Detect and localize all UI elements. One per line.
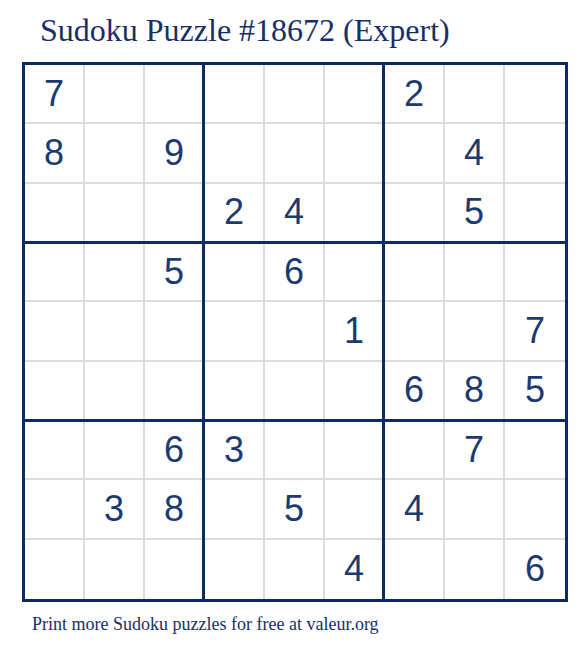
box-divider-vertical-2 [382,65,385,599]
given-digit: 8 [44,135,64,171]
cell-r1c6[interactable] [325,65,385,124]
cell-r6c1[interactable] [25,362,85,421]
cell-r8c6[interactable] [325,480,385,539]
cell-r3c9[interactable] [505,184,565,243]
given-digit: 2 [224,194,244,230]
cell-r9c8[interactable] [445,540,505,599]
given-digit: 7 [464,432,484,468]
cell-r2c5[interactable] [265,124,325,183]
cell-r9c7[interactable] [385,540,445,599]
cell-r7c2[interactable] [85,421,145,480]
cell-r5c5[interactable] [265,302,325,361]
cell-r9c2[interactable] [85,540,145,599]
given-digit: 9 [164,135,184,171]
cell-r4c9[interactable] [505,243,565,302]
given-digit: 5 [164,254,184,290]
cell-r5c4[interactable] [205,302,265,361]
cell-r8c8[interactable] [445,480,505,539]
given-digit: 4 [284,194,304,230]
cell-r8c3[interactable]: 8 [145,480,205,539]
cell-r2c9[interactable] [505,124,565,183]
given-digit: 6 [284,254,304,290]
cell-r6c4[interactable] [205,362,265,421]
cell-r3c7[interactable] [385,184,445,243]
given-digit: 5 [284,491,304,527]
box-divider-vertical-1 [202,65,205,599]
cell-r6c3[interactable] [145,362,205,421]
given-digit: 3 [224,432,244,468]
cell-r7c4[interactable]: 3 [205,421,265,480]
cell-r8c5[interactable]: 5 [265,480,325,539]
cell-r5c9[interactable]: 7 [505,302,565,361]
cell-r8c4[interactable] [205,480,265,539]
cell-r2c4[interactable] [205,124,265,183]
given-digit: 5 [464,194,484,230]
cell-r1c8[interactable] [445,65,505,124]
cell-r6c2[interactable] [85,362,145,421]
cell-r1c4[interactable] [205,65,265,124]
given-digit: 2 [404,76,424,112]
cell-r4c2[interactable] [85,243,145,302]
cell-r4c7[interactable] [385,243,445,302]
cell-r1c5[interactable] [265,65,325,124]
cell-r7c7[interactable] [385,421,445,480]
cell-r3c2[interactable] [85,184,145,243]
cell-r2c1[interactable]: 8 [25,124,85,183]
cell-r3c1[interactable] [25,184,85,243]
cell-r8c1[interactable] [25,480,85,539]
cell-r9c9[interactable]: 6 [505,540,565,599]
cell-r9c3[interactable] [145,540,205,599]
cell-r6c7[interactable]: 6 [385,362,445,421]
cell-r3c3[interactable] [145,184,205,243]
cell-r3c5[interactable]: 4 [265,184,325,243]
cell-r5c8[interactable] [445,302,505,361]
cell-r5c7[interactable] [385,302,445,361]
cell-r6c5[interactable] [265,362,325,421]
cell-r4c8[interactable] [445,243,505,302]
cell-r7c9[interactable] [505,421,565,480]
given-digit: 5 [525,372,545,408]
cell-r4c6[interactable] [325,243,385,302]
given-digit: 6 [164,432,184,468]
cell-r8c7[interactable]: 4 [385,480,445,539]
given-digit: 3 [104,491,124,527]
cell-r1c3[interactable] [145,65,205,124]
given-digit: 7 [44,76,64,112]
given-digit: 7 [525,313,545,349]
cell-r6c9[interactable]: 5 [505,362,565,421]
given-digit: 4 [344,551,364,587]
cell-r2c6[interactable] [325,124,385,183]
cell-r8c2[interactable]: 3 [85,480,145,539]
cell-r6c6[interactable] [325,362,385,421]
page-title: Sudoku Puzzle #18672 (Expert) [40,12,450,49]
cell-r7c1[interactable] [25,421,85,480]
cell-r9c4[interactable] [205,540,265,599]
given-digit: 1 [344,313,364,349]
cell-r7c6[interactable] [325,421,385,480]
cell-r1c7[interactable]: 2 [385,65,445,124]
cell-r7c5[interactable] [265,421,325,480]
cell-r1c1[interactable]: 7 [25,65,85,124]
cell-r4c5[interactable]: 6 [265,243,325,302]
footer-text: Print more Sudoku puzzles for free at va… [32,614,379,635]
given-digit: 4 [404,491,424,527]
given-digit: 8 [164,491,184,527]
sudoku-board: 728942455617685637385446 [22,62,568,602]
cell-r6c8[interactable]: 8 [445,362,505,421]
cell-r3c8[interactable]: 5 [445,184,505,243]
cell-r2c8[interactable]: 4 [445,124,505,183]
cell-r2c3[interactable]: 9 [145,124,205,183]
cell-r5c3[interactable] [145,302,205,361]
cell-r5c2[interactable] [85,302,145,361]
cell-r4c4[interactable] [205,243,265,302]
cell-r4c3[interactable]: 5 [145,243,205,302]
cell-r3c4[interactable]: 2 [205,184,265,243]
given-digit: 6 [525,551,545,587]
cell-r1c2[interactable] [85,65,145,124]
cell-r2c7[interactable] [385,124,445,183]
box-divider-horizontal-1 [25,241,565,244]
cell-r3c6[interactable] [325,184,385,243]
cell-r9c5[interactable] [265,540,325,599]
box-divider-horizontal-2 [25,419,565,422]
page: Sudoku Puzzle #18672 (Expert) 7289424556… [0,0,580,651]
cell-r5c1[interactable] [25,302,85,361]
given-digit: 6 [404,372,424,408]
cell-r1c9[interactable] [505,65,565,124]
cell-r2c2[interactable] [85,124,145,183]
cell-r7c8[interactable]: 7 [445,421,505,480]
cell-r5c6[interactable]: 1 [325,302,385,361]
cell-r8c9[interactable] [505,480,565,539]
given-digit: 8 [464,372,484,408]
cell-r9c6[interactable]: 4 [325,540,385,599]
sudoku-cells: 728942455617685637385446 [25,65,565,599]
cell-r4c1[interactable] [25,243,85,302]
cell-r9c1[interactable] [25,540,85,599]
cell-r7c3[interactable]: 6 [145,421,205,480]
given-digit: 4 [464,135,484,171]
